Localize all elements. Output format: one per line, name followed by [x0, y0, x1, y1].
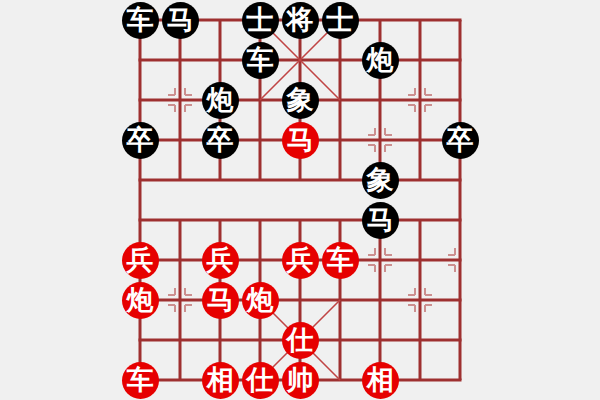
piece-red-soldier[interactable]: 兵 [202, 242, 239, 279]
xiangqi-app: 车马士将士车炮炮象卒卒马卒象马兵兵兵车炮马炮仕车相仕帅相 [0, 0, 600, 400]
piece-glyph: 兵 [207, 246, 234, 273]
piece-red-horse[interactable]: 马 [202, 282, 239, 319]
piece-red-general[interactable]: 帅 [282, 362, 319, 399]
piece-glyph: 马 [207, 286, 234, 313]
piece-red-advisor[interactable]: 仕 [282, 322, 319, 359]
piece-glyph: 车 [127, 6, 154, 33]
piece-glyph: 帅 [287, 366, 314, 393]
piece-glyph: 卒 [127, 126, 154, 153]
piece-glyph: 兵 [127, 246, 154, 273]
piece-black-soldier[interactable]: 卒 [122, 122, 159, 159]
piece-glyph: 卒 [447, 126, 474, 153]
piece-glyph: 兵 [287, 246, 314, 273]
piece-black-chariot[interactable]: 车 [122, 2, 159, 39]
piece-red-chariot[interactable]: 车 [122, 362, 159, 399]
piece-black-cannon[interactable]: 炮 [202, 82, 239, 119]
piece-black-cannon[interactable]: 炮 [362, 42, 399, 79]
piece-glyph: 马 [367, 206, 394, 233]
piece-glyph: 士 [327, 6, 354, 33]
piece-red-soldier[interactable]: 兵 [282, 242, 319, 279]
piece-glyph: 仕 [247, 366, 274, 393]
piece-red-soldier[interactable]: 兵 [122, 242, 159, 279]
piece-black-horse[interactable]: 马 [162, 2, 199, 39]
piece-black-soldier[interactable]: 卒 [442, 122, 479, 159]
piece-black-soldier[interactable]: 卒 [202, 122, 239, 159]
piece-black-chariot[interactable]: 车 [242, 42, 279, 79]
piece-glyph: 相 [207, 366, 234, 393]
piece-black-advisor[interactable]: 士 [242, 2, 279, 39]
piece-black-advisor[interactable]: 士 [322, 2, 359, 39]
piece-glyph: 士 [247, 6, 274, 33]
piece-glyph: 车 [127, 366, 154, 393]
piece-glyph: 马 [287, 126, 314, 153]
piece-black-general[interactable]: 将 [282, 2, 319, 39]
piece-glyph: 车 [247, 46, 274, 73]
piece-red-elephant[interactable]: 相 [202, 362, 239, 399]
piece-glyph: 炮 [127, 286, 154, 313]
piece-glyph: 马 [167, 6, 194, 33]
piece-glyph: 相 [367, 366, 394, 393]
piece-glyph: 炮 [207, 86, 234, 113]
piece-glyph: 卒 [207, 126, 234, 153]
piece-red-horse[interactable]: 马 [282, 122, 319, 159]
piece-glyph: 象 [287, 86, 314, 113]
piece-glyph: 车 [327, 246, 354, 273]
piece-glyph: 将 [287, 6, 314, 33]
piece-black-elephant[interactable]: 象 [362, 162, 399, 199]
piece-glyph: 炮 [247, 286, 274, 313]
piece-black-horse[interactable]: 马 [362, 202, 399, 239]
piece-glyph: 象 [367, 166, 394, 193]
piece-glyph: 仕 [287, 326, 314, 353]
piece-black-elephant[interactable]: 象 [282, 82, 319, 119]
piece-red-chariot[interactable]: 车 [322, 242, 359, 279]
xiangqi-board[interactable]: 车马士将士车炮炮象卒卒马卒象马兵兵兵车炮马炮仕车相仕帅相 [120, 0, 480, 400]
piece-red-advisor[interactable]: 仕 [242, 362, 279, 399]
piece-glyph: 炮 [367, 46, 394, 73]
piece-red-cannon[interactable]: 炮 [122, 282, 159, 319]
piece-red-elephant[interactable]: 相 [362, 362, 399, 399]
piece-red-cannon[interactable]: 炮 [242, 282, 279, 319]
